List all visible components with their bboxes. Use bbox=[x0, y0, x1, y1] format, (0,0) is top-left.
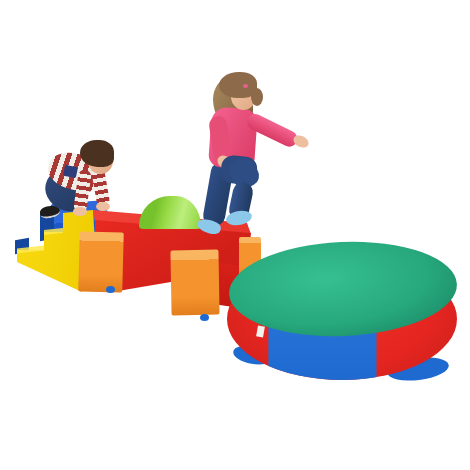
boy-jumper-emblem bbox=[63, 165, 78, 178]
girl-hair-clip bbox=[243, 84, 248, 88]
cube-blue-base-corner bbox=[200, 314, 209, 321]
girl-hair bbox=[251, 88, 263, 106]
girl-hand bbox=[291, 133, 310, 150]
softplay-product-photo bbox=[0, 0, 470, 470]
boy-hand bbox=[73, 207, 87, 216]
cube-blue-base-corner bbox=[106, 286, 115, 293]
foam-cube-front-left bbox=[78, 231, 124, 292]
half-cylinder-block bbox=[139, 196, 201, 229]
boy-figure bbox=[36, 140, 126, 226]
foam-cube-center bbox=[170, 250, 219, 316]
crash-mat bbox=[225, 240, 459, 382]
girl-figure bbox=[195, 70, 315, 242]
boy-hair bbox=[80, 140, 114, 167]
boy-hand bbox=[96, 202, 110, 211]
